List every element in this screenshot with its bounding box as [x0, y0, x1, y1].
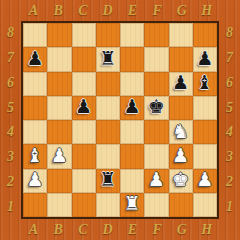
- square-f5[interactable]: ♚: [144, 96, 168, 120]
- square-a8[interactable]: [23, 23, 47, 47]
- white-pawn[interactable]: ♟: [27, 170, 44, 189]
- square-g3[interactable]: ♟: [169, 144, 193, 168]
- square-f6[interactable]: [144, 72, 168, 96]
- square-b2[interactable]: [47, 169, 71, 193]
- white-bishop[interactable]: ♝: [27, 146, 44, 165]
- square-g2[interactable]: ♚: [169, 169, 193, 193]
- black-pawn[interactable]: ♟: [75, 97, 92, 116]
- coord-label: F: [145, 1, 170, 20]
- coord-label: 8: [220, 21, 239, 46]
- square-h5[interactable]: [193, 96, 217, 120]
- coord-label: 7: [220, 46, 239, 71]
- coord-label: 5: [220, 95, 239, 120]
- square-e6[interactable]: [120, 72, 144, 96]
- coord-label: E: [120, 1, 145, 20]
- square-a7[interactable]: ♟: [23, 47, 47, 71]
- coord-label: G: [170, 220, 195, 239]
- square-b6[interactable]: [47, 72, 71, 96]
- coord-label: 5: [1, 95, 20, 120]
- square-h8[interactable]: [193, 23, 217, 47]
- chess-board: ♟♜♟♟♝♟♟♚♞♝♟♟♟♜♟♚♟♜: [21, 21, 219, 219]
- square-e2[interactable]: [120, 169, 144, 193]
- coord-label: B: [46, 1, 71, 20]
- square-c5[interactable]: ♟: [72, 96, 96, 120]
- square-g8[interactable]: [169, 23, 193, 47]
- black-bishop[interactable]: ♝: [196, 73, 213, 92]
- square-b1[interactable]: [47, 193, 71, 217]
- square-a4[interactable]: [23, 120, 47, 144]
- square-e8[interactable]: [120, 23, 144, 47]
- square-a3[interactable]: ♝: [23, 144, 47, 168]
- square-b3[interactable]: ♟: [47, 144, 71, 168]
- coord-label: 6: [1, 71, 20, 96]
- coord-label: D: [95, 1, 120, 20]
- coord-label: E: [120, 220, 145, 239]
- square-d7[interactable]: ♜: [96, 47, 120, 71]
- square-c1[interactable]: [72, 193, 96, 217]
- coord-label: 1: [1, 194, 20, 219]
- coord-label: D: [95, 220, 120, 239]
- square-b8[interactable]: [47, 23, 71, 47]
- square-h3[interactable]: [193, 144, 217, 168]
- white-pawn[interactable]: ♟: [148, 170, 165, 189]
- square-e1[interactable]: ♜: [120, 193, 144, 217]
- square-c2[interactable]: [72, 169, 96, 193]
- square-c4[interactable]: [72, 120, 96, 144]
- square-b4[interactable]: [47, 120, 71, 144]
- black-pawn[interactable]: ♟: [172, 73, 189, 92]
- square-f1[interactable]: [144, 193, 168, 217]
- file-labels-top: ABCDEFGH: [21, 1, 219, 20]
- coord-label: F: [145, 220, 170, 239]
- square-e5[interactable]: ♟: [120, 96, 144, 120]
- square-a1[interactable]: [23, 193, 47, 217]
- square-c6[interactable]: [72, 72, 96, 96]
- square-c7[interactable]: [72, 47, 96, 71]
- coord-label: C: [71, 1, 96, 20]
- square-a2[interactable]: ♟: [23, 169, 47, 193]
- square-f3[interactable]: [144, 144, 168, 168]
- coord-label: H: [194, 1, 219, 20]
- coord-label: 7: [1, 46, 20, 71]
- black-pawn[interactable]: ♟: [196, 49, 213, 68]
- square-d3[interactable]: [96, 144, 120, 168]
- square-e4[interactable]: [120, 120, 144, 144]
- square-f4[interactable]: [144, 120, 168, 144]
- square-d1[interactable]: [96, 193, 120, 217]
- board-frame: ABCDEFGH ABCDEFGH 87654321 87654321 ♟♜♟♟…: [0, 0, 240, 240]
- square-h6[interactable]: ♝: [193, 72, 217, 96]
- square-a5[interactable]: [23, 96, 47, 120]
- white-king[interactable]: ♚: [172, 170, 189, 189]
- coord-label: C: [71, 220, 96, 239]
- square-h1[interactable]: [193, 193, 217, 217]
- square-a6[interactable]: [23, 72, 47, 96]
- black-pawn[interactable]: ♟: [124, 97, 141, 116]
- white-pawn[interactable]: ♟: [172, 146, 189, 165]
- coord-label: 3: [220, 145, 239, 170]
- coord-label: 1: [220, 194, 239, 219]
- square-e7[interactable]: [120, 47, 144, 71]
- white-pawn[interactable]: ♟: [196, 170, 213, 189]
- coord-label: G: [170, 1, 195, 20]
- coord-label: H: [194, 220, 219, 239]
- rank-labels-left: 87654321: [1, 21, 20, 219]
- rank-labels-right: 87654321: [220, 21, 239, 219]
- square-d4[interactable]: [96, 120, 120, 144]
- square-d5[interactable]: [96, 96, 120, 120]
- coord-label: A: [21, 220, 46, 239]
- black-pawn[interactable]: ♟: [27, 49, 44, 68]
- coord-label: 2: [1, 170, 20, 195]
- black-king[interactable]: ♚: [148, 97, 165, 116]
- coord-label: B: [46, 220, 71, 239]
- square-g6[interactable]: ♟: [169, 72, 193, 96]
- square-e3[interactable]: [120, 144, 144, 168]
- white-knight[interactable]: ♞: [172, 122, 189, 141]
- coord-label: A: [21, 1, 46, 20]
- black-rook[interactable]: ♜: [99, 170, 116, 189]
- square-b5[interactable]: [47, 96, 71, 120]
- square-b7[interactable]: [47, 47, 71, 71]
- square-g1[interactable]: [169, 193, 193, 217]
- square-g5[interactable]: [169, 96, 193, 120]
- square-h4[interactable]: [193, 120, 217, 144]
- white-rook[interactable]: ♜: [124, 194, 141, 213]
- square-h7[interactable]: ♟: [193, 47, 217, 71]
- square-c3[interactable]: [72, 144, 96, 168]
- coord-label: 4: [220, 120, 239, 145]
- coord-label: 3: [1, 145, 20, 170]
- square-d6[interactable]: [96, 72, 120, 96]
- square-c8[interactable]: [72, 23, 96, 47]
- square-d2[interactable]: ♜: [96, 169, 120, 193]
- black-rook[interactable]: ♜: [99, 49, 116, 68]
- coord-label: 8: [1, 21, 20, 46]
- square-g7[interactable]: [169, 47, 193, 71]
- coord-label: 4: [1, 120, 20, 145]
- file-labels-bottom: ABCDEFGH: [21, 220, 219, 239]
- square-f7[interactable]: [144, 47, 168, 71]
- coord-label: 6: [220, 71, 239, 96]
- square-h2[interactable]: ♟: [193, 169, 217, 193]
- coord-label: 2: [220, 170, 239, 195]
- square-f8[interactable]: [144, 23, 168, 47]
- square-f2[interactable]: ♟: [144, 169, 168, 193]
- square-d8[interactable]: [96, 23, 120, 47]
- white-pawn[interactable]: ♟: [51, 146, 68, 165]
- square-g4[interactable]: ♞: [169, 120, 193, 144]
